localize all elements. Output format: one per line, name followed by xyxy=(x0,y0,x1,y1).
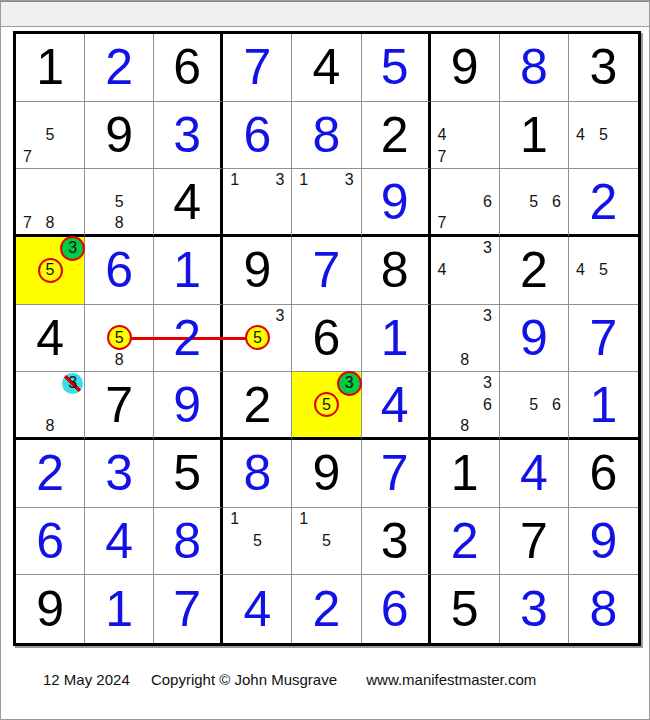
cell-r2c2[interactable]: 9 xyxy=(85,102,154,170)
cell-r7c8[interactable]: 4 xyxy=(500,440,569,508)
candidate-3: 3 xyxy=(476,237,499,259)
cell-r5c3[interactable]: 2 xyxy=(154,305,223,373)
solved-digit: 4 xyxy=(500,440,568,507)
cell-r1c9[interactable]: 3 xyxy=(569,34,638,102)
candidate-5: 5 xyxy=(108,191,131,213)
solved-digit: 1 xyxy=(569,372,638,437)
given-digit: 3 xyxy=(362,508,428,575)
cell-r2c6[interactable]: 2 xyxy=(362,102,431,170)
red-ring-mark-5: 5 xyxy=(314,392,339,417)
candidate-4: 4 xyxy=(569,124,592,146)
green-ring-mark-3: 3 xyxy=(60,236,85,261)
given-digit: 9 xyxy=(223,237,291,304)
cell-r6c6[interactable]: 4 xyxy=(362,372,431,440)
cell-r6c8[interactable]: 56 xyxy=(500,372,569,440)
sudoku-board: 1267459835793682471457858413139675623561… xyxy=(13,31,641,646)
cell-r8c2[interactable]: 4 xyxy=(85,508,154,576)
given-digit: 7 xyxy=(85,372,153,437)
cell-r1c7[interactable]: 9 xyxy=(431,34,500,102)
given-digit: 5 xyxy=(431,575,499,643)
cell-r4c8[interactable]: 2 xyxy=(500,237,569,305)
cell-r6c5[interactable]: 35 xyxy=(292,372,361,440)
candidate-4: 4 xyxy=(431,124,454,146)
solved-digit: 7 xyxy=(154,575,220,643)
cell-r3c4[interactable]: 13 xyxy=(223,169,292,237)
solved-digit: 3 xyxy=(85,440,153,507)
cell-r1c4[interactable]: 7 xyxy=(223,34,292,102)
cell-r6c4[interactable]: 2 xyxy=(223,372,292,440)
solved-digit: 6 xyxy=(362,575,428,643)
cell-r8c6[interactable]: 3 xyxy=(362,508,431,576)
candidate-1: 1 xyxy=(292,169,315,191)
cell-r4c1[interactable]: 35 xyxy=(16,237,85,305)
solved-digit: 7 xyxy=(292,237,360,304)
cell-r4c7[interactable]: 34 xyxy=(431,237,500,305)
cell-r1c3[interactable]: 6 xyxy=(154,34,223,102)
cell-r7c5[interactable]: 9 xyxy=(292,440,361,508)
solved-digit: 6 xyxy=(85,237,153,304)
candidate-5: 5 xyxy=(108,327,131,349)
cell-r2c4[interactable]: 6 xyxy=(223,102,292,170)
solved-digit: 9 xyxy=(569,508,638,575)
cell-r4c9[interactable]: 45 xyxy=(569,237,638,305)
cell-r7c2[interactable]: 3 xyxy=(85,440,154,508)
given-digit: 1 xyxy=(500,102,568,169)
given-digit: 2 xyxy=(500,237,568,304)
cell-r8c3[interactable]: 8 xyxy=(154,508,223,576)
cell-r1c5[interactable]: 4 xyxy=(292,34,361,102)
given-digit: 1 xyxy=(16,34,84,101)
candidate-5: 5 xyxy=(522,191,545,213)
yellow-ring-mark-5: 5 xyxy=(107,325,132,350)
solved-digit: 2 xyxy=(431,508,499,575)
candidate-5: 5 xyxy=(592,124,615,146)
given-digit: 4 xyxy=(154,169,220,234)
solved-digit: 7 xyxy=(223,34,291,101)
cell-r3c3[interactable]: 4 xyxy=(154,169,223,237)
cell-r6c1[interactable]: 38 xyxy=(16,372,85,440)
cell-r4c4[interactable]: 9 xyxy=(223,237,292,305)
cell-r3c1[interactable]: 78 xyxy=(16,169,85,237)
given-digit: 5 xyxy=(154,440,220,507)
given-digit: 8 xyxy=(362,237,428,304)
cell-r2c1[interactable]: 57 xyxy=(16,102,85,170)
cell-r9c9[interactable]: 8 xyxy=(569,575,638,643)
given-digit: 6 xyxy=(569,440,638,507)
candidate-8: 8 xyxy=(108,212,131,234)
green-ring-mark-3: 3 xyxy=(337,371,362,396)
cell-r4c5[interactable]: 7 xyxy=(292,237,361,305)
solved-digit: 6 xyxy=(223,102,291,169)
solved-digit: 2 xyxy=(569,169,638,234)
candidate-7: 7 xyxy=(16,212,39,234)
cell-r3c2[interactable]: 58 xyxy=(85,169,154,237)
cell-r4c2[interactable]: 6 xyxy=(85,237,154,305)
solved-digit: 4 xyxy=(223,575,291,643)
cell-r7c4[interactable]: 8 xyxy=(223,440,292,508)
cell-r5c8[interactable]: 9 xyxy=(500,305,569,373)
footer-website: www.manifestmaster.com xyxy=(366,671,536,688)
given-digit: 6 xyxy=(154,34,220,101)
cell-r3c5[interactable]: 13 xyxy=(292,169,361,237)
candidate-3: 3 xyxy=(61,372,84,394)
cell-r2c8[interactable]: 1 xyxy=(500,102,569,170)
solved-digit: 8 xyxy=(223,440,291,507)
solved-digit: 2 xyxy=(85,34,153,101)
candidate-5: 5 xyxy=(315,394,338,416)
candidate-7: 7 xyxy=(16,146,39,168)
cell-r9c6[interactable]: 6 xyxy=(362,575,431,643)
candidate-5: 5 xyxy=(246,530,269,552)
solved-digit: 4 xyxy=(362,372,428,437)
cell-r9c4[interactable]: 4 xyxy=(223,575,292,643)
candidate-8: 8 xyxy=(453,349,476,371)
candidate-6: 6 xyxy=(545,394,568,416)
cell-r8c5[interactable]: 15 xyxy=(292,508,361,576)
candidate-3: 3 xyxy=(338,372,361,394)
given-digit: 4 xyxy=(292,34,360,101)
given-digit: 1 xyxy=(431,440,499,507)
solved-digit: 3 xyxy=(500,575,568,643)
solved-digit: 8 xyxy=(154,508,220,575)
cell-r3c9[interactable]: 2 xyxy=(569,169,638,237)
cell-r4c3[interactable]: 1 xyxy=(154,237,223,305)
solved-digit: 3 xyxy=(154,102,220,169)
given-digit: 9 xyxy=(16,575,84,643)
candidate-5: 5 xyxy=(39,124,62,146)
candidate-3: 3 xyxy=(476,305,499,327)
solved-digit: 9 xyxy=(154,372,220,437)
cell-r6c3[interactable]: 9 xyxy=(154,372,223,440)
cell-r3c6[interactable]: 9 xyxy=(362,169,431,237)
given-digit: 9 xyxy=(85,102,153,169)
cell-r9c2[interactable]: 1 xyxy=(85,575,154,643)
cell-r9c8[interactable]: 3 xyxy=(500,575,569,643)
cell-r7c3[interactable]: 5 xyxy=(154,440,223,508)
solved-digit: 9 xyxy=(362,169,428,234)
solved-digit: 2 xyxy=(292,575,360,643)
cell-r8c8[interactable]: 7 xyxy=(500,508,569,576)
sudoku-page: 1267459835793682471457858413139675623561… xyxy=(0,0,650,720)
solved-digit: 9 xyxy=(500,305,568,372)
cell-r6c9[interactable]: 1 xyxy=(569,372,638,440)
candidate-4: 4 xyxy=(431,259,454,281)
cell-r7c6[interactable]: 7 xyxy=(362,440,431,508)
cell-r5c9[interactable]: 7 xyxy=(569,305,638,373)
candidate-5: 5 xyxy=(39,259,62,281)
given-digit: 7 xyxy=(500,508,568,575)
cell-r8c1[interactable]: 6 xyxy=(16,508,85,576)
candidate-1: 1 xyxy=(292,508,315,530)
given-digit: 6 xyxy=(292,305,360,372)
cell-r3c7[interactable]: 67 xyxy=(431,169,500,237)
yellow-ring-mark-5: 5 xyxy=(245,325,270,350)
cell-r8c9[interactable]: 9 xyxy=(569,508,638,576)
footer-date: 12 May 2024 xyxy=(43,671,130,688)
solved-digit: 2 xyxy=(154,305,220,372)
candidate-8: 8 xyxy=(39,212,62,234)
candidate-3: 3 xyxy=(61,237,84,259)
cell-r3c8[interactable]: 56 xyxy=(500,169,569,237)
candidate-4: 4 xyxy=(569,259,592,281)
cell-r9c3[interactable]: 7 xyxy=(154,575,223,643)
candidate-3: 3 xyxy=(269,169,292,191)
cell-r6c7[interactable]: 368 xyxy=(431,372,500,440)
cell-r7c9[interactable]: 6 xyxy=(569,440,638,508)
candidate-3: 3 xyxy=(476,372,499,394)
given-digit: 3 xyxy=(569,34,638,101)
cell-r7c1[interactable]: 2 xyxy=(16,440,85,508)
candidate-8: 8 xyxy=(39,415,62,437)
cell-r5c5[interactable]: 6 xyxy=(292,305,361,373)
solved-digit: 1 xyxy=(154,237,220,304)
solved-digit: 4 xyxy=(85,508,153,575)
given-digit: 9 xyxy=(292,440,360,507)
cell-r9c1[interactable]: 9 xyxy=(16,575,85,643)
cell-r6c2[interactable]: 7 xyxy=(85,372,154,440)
solved-digit: 6 xyxy=(16,508,84,575)
candidate-6: 6 xyxy=(476,191,499,213)
candidate-1: 1 xyxy=(223,508,246,530)
candidate-8: 8 xyxy=(453,415,476,437)
candidate-5: 5 xyxy=(592,259,615,281)
candidate-5: 5 xyxy=(246,327,269,349)
cell-r2c5[interactable]: 8 xyxy=(292,102,361,170)
cell-r5c7[interactable]: 38 xyxy=(431,305,500,373)
candidate-7: 7 xyxy=(431,146,454,168)
solved-digit: 7 xyxy=(569,305,638,372)
cyan-slash-mark-3: 3 xyxy=(62,373,83,394)
candidate-8: 8 xyxy=(108,349,131,371)
candidate-6: 6 xyxy=(476,394,499,416)
candidate-3: 3 xyxy=(338,169,361,191)
footer-copyright: Copyright © John Musgrave xyxy=(151,671,337,688)
given-digit: 2 xyxy=(223,372,291,437)
cell-r5c6[interactable]: 1 xyxy=(362,305,431,373)
cell-r1c6[interactable]: 5 xyxy=(362,34,431,102)
solved-digit: 8 xyxy=(569,575,638,643)
footer: 12 May 2024 Copyright © John Musgrave ww… xyxy=(43,671,536,688)
solved-digit: 8 xyxy=(292,102,360,169)
given-digit: 4 xyxy=(16,305,84,372)
cell-r8c4[interactable]: 15 xyxy=(223,508,292,576)
cell-r5c1[interactable]: 4 xyxy=(16,305,85,373)
solved-digit: 5 xyxy=(362,34,428,101)
given-digit: 9 xyxy=(431,34,499,101)
cell-r2c3[interactable]: 3 xyxy=(154,102,223,170)
solved-digit: 2 xyxy=(16,440,84,507)
cell-r8c7[interactable]: 2 xyxy=(431,508,500,576)
candidate-3: 3 xyxy=(269,305,292,327)
candidate-5: 5 xyxy=(315,530,338,552)
cell-r4c6[interactable]: 8 xyxy=(362,237,431,305)
cell-r1c8[interactable]: 8 xyxy=(500,34,569,102)
cell-r7c7[interactable]: 1 xyxy=(431,440,500,508)
cell-r2c9[interactable]: 45 xyxy=(569,102,638,170)
candidate-7: 7 xyxy=(431,212,454,234)
candidate-1: 1 xyxy=(223,169,246,191)
toolbar-strip xyxy=(1,1,649,27)
candidate-6: 6 xyxy=(545,191,568,213)
cell-r2c7[interactable]: 47 xyxy=(431,102,500,170)
cell-r9c5[interactable]: 2 xyxy=(292,575,361,643)
cell-r9c7[interactable]: 5 xyxy=(431,575,500,643)
solved-digit: 1 xyxy=(362,305,428,372)
solved-digit: 8 xyxy=(500,34,568,101)
solved-digit: 7 xyxy=(362,440,428,507)
cell-r1c2[interactable]: 2 xyxy=(85,34,154,102)
solved-digit: 1 xyxy=(85,575,153,643)
red-ring-mark-5: 5 xyxy=(38,258,63,283)
candidate-5: 5 xyxy=(522,394,545,416)
given-digit: 2 xyxy=(362,102,428,169)
cell-r1c1[interactable]: 1 xyxy=(16,34,85,102)
